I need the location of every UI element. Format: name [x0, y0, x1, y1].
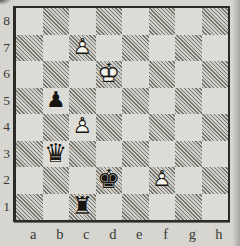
square-a5: [16, 88, 43, 115]
square-d8: [96, 8, 123, 35]
square-c8: [69, 8, 96, 35]
square-a2: [16, 167, 43, 194]
square-a4: [16, 114, 43, 141]
square-a1: [16, 194, 43, 221]
square-b5: ♟: [43, 88, 70, 115]
square-h6: [202, 61, 229, 88]
file-labels: abcdefgh: [16, 224, 228, 244]
black-king: ♚: [97, 166, 120, 192]
square-f3: [149, 141, 176, 168]
square-b2: [43, 167, 70, 194]
square-g7: [175, 35, 202, 62]
rank-labels: 87654321: [0, 8, 13, 220]
square-b8: [43, 8, 70, 35]
white-pawn-outline: ♙: [152, 166, 172, 191]
square-h8: [202, 8, 229, 35]
black-rook-glyph: ♜: [71, 192, 93, 220]
black-pawn-glyph: ♟: [46, 87, 66, 112]
square-e6: [122, 61, 149, 88]
square-c5: [69, 88, 96, 115]
square-d7: [96, 35, 123, 62]
square-f6: [149, 61, 176, 88]
square-h5: [202, 88, 229, 115]
square-a8: [16, 8, 43, 35]
white-king-outline: ♔: [97, 58, 120, 88]
square-e7: [122, 35, 149, 62]
square-f1: [149, 194, 176, 221]
file-label-h: h: [206, 224, 233, 244]
square-c2: [69, 167, 96, 194]
scan-edge-smudge: [232, 0, 240, 246]
black-queen: ♛: [44, 140, 67, 166]
square-e8: [122, 8, 149, 35]
file-label-f: f: [153, 224, 180, 244]
black-king-glyph: ♚: [97, 164, 120, 194]
file-label-c: c: [73, 224, 100, 244]
white-pawn: ♟♙: [72, 115, 92, 137]
square-g6: [175, 61, 202, 88]
black-rook: ♜: [71, 194, 93, 218]
square-a7: [16, 35, 43, 62]
black-queen-glyph: ♛: [44, 138, 67, 168]
square-g3: [175, 141, 202, 168]
square-c3: [69, 141, 96, 168]
white-pawn-outline: ♙: [72, 34, 92, 59]
square-h2: [202, 167, 229, 194]
rank-label-5: 5: [0, 88, 13, 115]
square-c4: ♟♙: [69, 114, 96, 141]
square-b6: [43, 61, 70, 88]
white-king: ♚♔: [97, 60, 120, 86]
square-e1: [122, 194, 149, 221]
square-e2: [122, 167, 149, 194]
white-pawn-outline: ♙: [72, 113, 92, 138]
square-e5: [122, 88, 149, 115]
square-h7: [202, 35, 229, 62]
black-pawn: ♟: [46, 89, 66, 111]
square-d3: [96, 141, 123, 168]
chess-board: ♟♙♚♔♟♟♙♛♚♟♙♜: [14, 6, 230, 222]
square-c7: ♟♙: [69, 35, 96, 62]
square-f8: [149, 8, 176, 35]
scanned-chess-diagram: 87654321 ♟♙♚♔♟♟♙♛♚♟♙♜ abcdefgh: [0, 0, 240, 246]
square-f2: ♟♙: [149, 167, 176, 194]
square-a6: [16, 61, 43, 88]
square-g5: [175, 88, 202, 115]
rank-label-7: 7: [0, 35, 13, 62]
file-label-a: a: [20, 224, 47, 244]
square-f5: [149, 88, 176, 115]
square-d1: [96, 194, 123, 221]
square-g4: [175, 114, 202, 141]
file-label-g: g: [179, 224, 206, 244]
square-c1: ♜: [69, 194, 96, 221]
square-a3: [16, 141, 43, 168]
square-e4: [122, 114, 149, 141]
file-label-b: b: [47, 224, 74, 244]
square-g2: [175, 167, 202, 194]
square-b1: [43, 194, 70, 221]
white-pawn: ♟♙: [152, 168, 172, 190]
square-f7: [149, 35, 176, 62]
square-c6: [69, 61, 96, 88]
square-e3: [122, 141, 149, 168]
white-pawn: ♟♙: [72, 36, 92, 58]
rank-label-3: 3: [0, 141, 13, 168]
file-label-e: e: [126, 224, 153, 244]
square-d5: [96, 88, 123, 115]
square-b3: ♛: [43, 141, 70, 168]
file-label-d: d: [100, 224, 127, 244]
square-g1: [175, 194, 202, 221]
rank-label-4: 4: [0, 114, 13, 141]
rank-label-2: 2: [0, 167, 13, 194]
square-h1: [202, 194, 229, 221]
square-d6: ♚♔: [96, 61, 123, 88]
rank-label-8: 8: [0, 8, 13, 35]
square-h3: [202, 141, 229, 168]
square-h4: [202, 114, 229, 141]
square-d2: ♚: [96, 167, 123, 194]
square-g8: [175, 8, 202, 35]
rank-label-6: 6: [0, 61, 13, 88]
rank-label-1: 1: [0, 194, 13, 221]
square-b4: [43, 114, 70, 141]
square-d4: [96, 114, 123, 141]
square-f4: [149, 114, 176, 141]
scan-corner-smudge: [0, 0, 12, 5]
square-b7: [43, 35, 70, 62]
